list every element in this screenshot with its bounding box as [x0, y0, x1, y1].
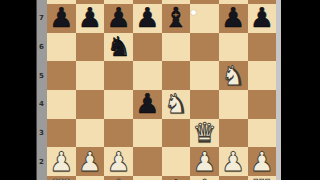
white-pawn-a2[interactable]: ♟: [49, 148, 73, 176]
square-g6[interactable]: [219, 33, 248, 62]
square-d7[interactable]: ♟: [133, 4, 162, 33]
square-b2[interactable]: ♟: [76, 147, 105, 176]
white-pawn-h2[interactable]: ♟: [250, 148, 274, 176]
square-f5[interactable]: [190, 61, 219, 90]
chess-board[interactable]: ♜♝♚♞♜♟♟♟♟♝♟♟♞♞♟♞♛♟♟♟♟♟♟♜♝♚♝♜: [47, 0, 276, 180]
square-e3[interactable]: [162, 119, 191, 148]
video-frame: ♜♝♚♞♜♟♟♟♟♝♟♟♞♞♟♞♛♟♟♟♟♟♟♜♝♚♝♜ 765432: [0, 0, 320, 180]
rank-label-7: 7: [38, 14, 45, 22]
square-h7[interactable]: ♟: [248, 4, 277, 33]
square-g4[interactable]: [219, 90, 248, 119]
square-e7[interactable]: ♝: [162, 4, 191, 33]
square-e4[interactable]: ♞: [162, 90, 191, 119]
square-e1[interactable]: ♚: [162, 176, 191, 180]
rank-label-3: 3: [38, 129, 45, 137]
square-c4[interactable]: [104, 90, 133, 119]
square-h1[interactable]: ♜: [248, 176, 277, 180]
square-h2[interactable]: ♟: [248, 147, 277, 176]
square-a7[interactable]: ♟: [47, 4, 76, 33]
square-g5[interactable]: ♞: [219, 61, 248, 90]
white-pawn-g2[interactable]: ♟: [221, 148, 245, 176]
square-f4[interactable]: [190, 90, 219, 119]
white-knight-g5[interactable]: ♞: [221, 62, 245, 90]
square-b3[interactable]: [76, 119, 105, 148]
square-f2[interactable]: ♟: [190, 147, 219, 176]
black-pawn-d4[interactable]: ♟: [135, 90, 159, 118]
white-king-e1[interactable]: ♚: [164, 176, 188, 180]
square-h5[interactable]: [248, 61, 277, 90]
white-pawn-f2[interactable]: ♟: [192, 148, 216, 176]
black-pawn-h7[interactable]: ♟: [250, 4, 274, 32]
black-knight-c6[interactable]: ♞: [107, 33, 131, 61]
square-d1[interactable]: [133, 176, 162, 180]
square-a6[interactable]: [47, 33, 76, 62]
move-marker-dot: [191, 10, 196, 15]
square-b4[interactable]: [76, 90, 105, 119]
black-pawn-g7[interactable]: ♟: [221, 4, 245, 32]
black-bishop-e7[interactable]: ♝: [164, 4, 188, 32]
black-pawn-a7[interactable]: ♟: [49, 4, 73, 32]
square-f1[interactable]: ♝: [190, 176, 219, 180]
rank-label-2: 2: [38, 158, 45, 166]
square-f3[interactable]: ♛: [190, 119, 219, 148]
square-e6[interactable]: [162, 33, 191, 62]
square-h6[interactable]: [248, 33, 277, 62]
square-a2[interactable]: ♟: [47, 147, 76, 176]
square-a5[interactable]: [47, 61, 76, 90]
square-d6[interactable]: [133, 33, 162, 62]
white-pawn-c2[interactable]: ♟: [107, 148, 131, 176]
square-c5[interactable]: [104, 61, 133, 90]
square-g2[interactable]: ♟: [219, 147, 248, 176]
square-g1[interactable]: [219, 176, 248, 180]
rank-label-4: 4: [38, 100, 45, 108]
square-h3[interactable]: [248, 119, 277, 148]
square-e5[interactable]: [162, 61, 191, 90]
black-pawn-d7[interactable]: ♟: [135, 4, 159, 32]
square-g3[interactable]: [219, 119, 248, 148]
square-a1[interactable]: ♜: [47, 176, 76, 180]
square-c6[interactable]: ♞: [104, 33, 133, 62]
square-c3[interactable]: [104, 119, 133, 148]
rank-label-5: 5: [38, 72, 45, 80]
black-pawn-b7[interactable]: ♟: [78, 4, 102, 32]
white-knight-e4[interactable]: ♞: [164, 90, 188, 118]
rank-label-6: 6: [38, 43, 45, 51]
square-h4[interactable]: [248, 90, 277, 119]
white-bishop-f1[interactable]: ♝: [192, 176, 216, 180]
square-b1[interactable]: [76, 176, 105, 180]
square-a3[interactable]: [47, 119, 76, 148]
square-e2[interactable]: [162, 147, 191, 176]
white-rook-a1[interactable]: ♜: [49, 176, 73, 180]
board-left-border: [36, 0, 47, 180]
white-rook-h1[interactable]: ♜: [250, 176, 274, 180]
square-c2[interactable]: ♟: [104, 147, 133, 176]
square-a4[interactable]: [47, 90, 76, 119]
square-g7[interactable]: ♟: [219, 4, 248, 33]
white-bishop-c1[interactable]: ♝: [107, 176, 131, 180]
square-d5[interactable]: [133, 61, 162, 90]
square-c7[interactable]: ♟: [104, 4, 133, 33]
square-b6[interactable]: [76, 33, 105, 62]
white-pawn-b2[interactable]: ♟: [78, 148, 102, 176]
board-right-border: [276, 0, 281, 180]
square-d2[interactable]: [133, 147, 162, 176]
white-queen-f3[interactable]: ♛: [192, 119, 216, 147]
square-f7[interactable]: [190, 4, 219, 33]
square-c1[interactable]: ♝: [104, 176, 133, 180]
square-d4[interactable]: ♟: [133, 90, 162, 119]
square-f6[interactable]: [190, 33, 219, 62]
square-b7[interactable]: ♟: [76, 4, 105, 33]
square-b5[interactable]: [76, 61, 105, 90]
square-d3[interactable]: [133, 119, 162, 148]
black-pawn-c7[interactable]: ♟: [107, 4, 131, 32]
